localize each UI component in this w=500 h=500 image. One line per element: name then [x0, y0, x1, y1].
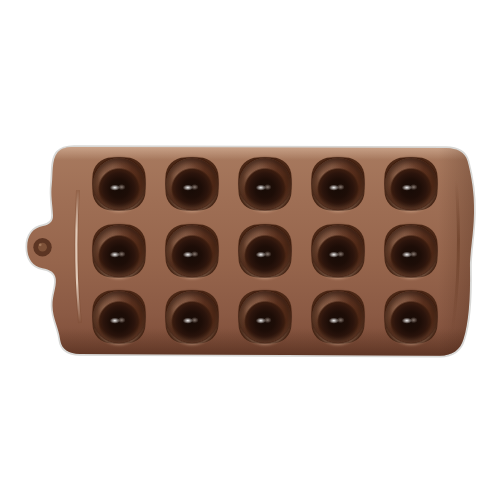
- mold-cavity: [228, 151, 301, 218]
- mold-cavity: [301, 284, 374, 351]
- mold-cavity: [301, 218, 374, 285]
- cavity-well: [93, 291, 145, 343]
- mold-cavity: [155, 284, 228, 351]
- cavity-well: [93, 158, 145, 210]
- cavity-grid: [82, 151, 447, 351]
- cavity-well: [93, 225, 145, 277]
- mold-cavity: [374, 151, 447, 218]
- cavity-well: [312, 158, 364, 210]
- mold-cavity: [155, 151, 228, 218]
- mold-cavity: [82, 284, 155, 351]
- mold-cavity: [374, 284, 447, 351]
- cavity-well: [312, 225, 364, 277]
- cavity-well: [385, 291, 437, 343]
- mold-cavity: [228, 218, 301, 285]
- mold-cavity: [228, 284, 301, 351]
- tab-hole-glint: [39, 243, 42, 246]
- cavity-well: [239, 225, 291, 277]
- cavity-well: [239, 158, 291, 210]
- cavity-well: [166, 158, 218, 210]
- cavity-well: [312, 291, 364, 343]
- cavity-well: [385, 225, 437, 277]
- mold-cavity: [374, 218, 447, 285]
- mold-cavity: [82, 218, 155, 285]
- cavity-well: [239, 291, 291, 343]
- cavity-well: [166, 291, 218, 343]
- mold-cavity: [82, 151, 155, 218]
- mold-cavity: [155, 218, 228, 285]
- cavity-well: [166, 225, 218, 277]
- product-photo: [0, 0, 500, 500]
- cavity-well: [385, 158, 437, 210]
- mold-cavity: [301, 151, 374, 218]
